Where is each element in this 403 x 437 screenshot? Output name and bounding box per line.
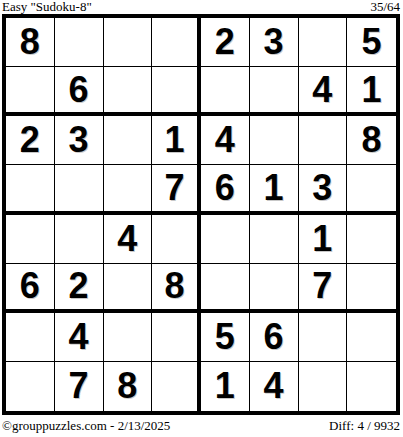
puzzle-counter: 35/64	[370, 0, 400, 13]
cell-r8c3: 8	[104, 362, 153, 411]
cell-r2c8: 1	[347, 67, 396, 116]
cell-r6c8[interactable]	[347, 264, 396, 313]
cell-r8c6: 4	[250, 362, 299, 411]
cell-r4c3[interactable]	[104, 165, 153, 214]
cell-r8c8[interactable]	[347, 362, 396, 411]
cell-r8c7[interactable]	[299, 362, 348, 411]
cell-r3c8: 8	[347, 116, 396, 165]
sudoku-grid: 82356412314876134162874567814	[2, 14, 400, 415]
cell-r3c6[interactable]	[250, 116, 299, 165]
cell-r1c1: 8	[6, 18, 55, 67]
cell-r6c4: 8	[152, 264, 201, 313]
cell-r5c8[interactable]	[347, 215, 396, 264]
cell-r6c5[interactable]	[201, 264, 250, 313]
cell-r5c6[interactable]	[250, 215, 299, 264]
cell-r4c4: 7	[152, 165, 201, 214]
cell-r1c8: 5	[347, 18, 396, 67]
cell-r1c7[interactable]	[299, 18, 348, 67]
cell-r7c1[interactable]	[6, 313, 55, 362]
cell-r3c2: 3	[55, 116, 104, 165]
cell-r6c3[interactable]	[104, 264, 153, 313]
cell-r8c5: 1	[201, 362, 250, 411]
cell-r2c7: 4	[299, 67, 348, 116]
cell-r6c7: 7	[299, 264, 348, 313]
cell-r7c5: 5	[201, 313, 250, 362]
footer: ©grouppuzzles.com - 2/13/2025 Diff: 4 / …	[2, 419, 400, 433]
cell-r1c5: 2	[201, 18, 250, 67]
cell-r7c6: 6	[250, 313, 299, 362]
cell-r4c2[interactable]	[55, 165, 104, 214]
cell-r2c3[interactable]	[104, 67, 153, 116]
cell-r3c5: 4	[201, 116, 250, 165]
copyright-text: ©grouppuzzles.com - 2/13/2025	[2, 419, 170, 433]
cell-r7c8[interactable]	[347, 313, 396, 362]
cell-r5c2[interactable]	[55, 215, 104, 264]
cell-r1c3[interactable]	[104, 18, 153, 67]
cell-r7c2: 4	[55, 313, 104, 362]
cell-r4c5: 6	[201, 165, 250, 214]
cell-r3c7[interactable]	[299, 116, 348, 165]
cell-r3c4: 1	[152, 116, 201, 165]
cell-r4c7: 3	[299, 165, 348, 214]
cell-r5c3: 4	[104, 215, 153, 264]
sudoku-page: Easy "Sudoku-8" 35/64 823564123148761341…	[0, 0, 403, 437]
cell-r1c4[interactable]	[152, 18, 201, 67]
cell-r6c6[interactable]	[250, 264, 299, 313]
cell-r5c4[interactable]	[152, 215, 201, 264]
cell-r2c1[interactable]	[6, 67, 55, 116]
cell-r2c5[interactable]	[201, 67, 250, 116]
cell-r6c2: 2	[55, 264, 104, 313]
cell-r5c1[interactable]	[6, 215, 55, 264]
difficulty-text: Diff: 4 / 9932	[329, 419, 400, 433]
cell-r2c2: 6	[55, 67, 104, 116]
cell-r2c4[interactable]	[152, 67, 201, 116]
cell-r5c7: 1	[299, 215, 348, 264]
cell-r5c5[interactable]	[201, 215, 250, 264]
header: Easy "Sudoku-8" 35/64	[2, 0, 400, 13]
cell-r8c2: 7	[55, 362, 104, 411]
cell-r7c7[interactable]	[299, 313, 348, 362]
cell-r3c3[interactable]	[104, 116, 153, 165]
cell-r4c8[interactable]	[347, 165, 396, 214]
cell-r8c4[interactable]	[152, 362, 201, 411]
cell-r1c2[interactable]	[55, 18, 104, 67]
cell-r8c1[interactable]	[6, 362, 55, 411]
cell-r2c6[interactable]	[250, 67, 299, 116]
cell-r7c4[interactable]	[152, 313, 201, 362]
cell-r4c6: 1	[250, 165, 299, 214]
cell-r1c6: 3	[250, 18, 299, 67]
cell-r6c1: 6	[6, 264, 55, 313]
cell-r4c1[interactable]	[6, 165, 55, 214]
page-title: Easy "Sudoku-8"	[2, 0, 92, 13]
cell-r7c3[interactable]	[104, 313, 153, 362]
cell-r3c1: 2	[6, 116, 55, 165]
